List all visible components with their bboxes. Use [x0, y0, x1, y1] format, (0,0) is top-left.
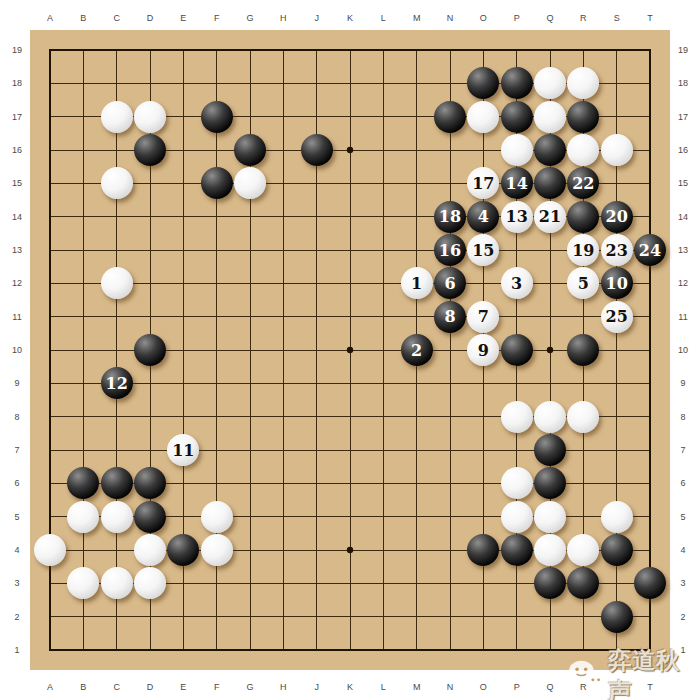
column-label-bottom-P: P — [514, 683, 520, 692]
stone-black-D16 — [134, 134, 166, 166]
column-label-bottom-K: K — [347, 683, 353, 692]
stone-white-P16 — [501, 134, 533, 166]
row-label-right-16: 16 — [678, 146, 688, 155]
stone-black-N13-move-16: 16 — [434, 234, 466, 266]
stone-white-F5 — [201, 501, 233, 533]
row-label-right-4: 4 — [680, 546, 685, 555]
column-label-top-Q: Q — [546, 14, 553, 23]
column-label-top-M: M — [413, 14, 421, 23]
row-label-right-11: 11 — [678, 312, 687, 321]
stone-white-C12 — [101, 267, 133, 299]
column-label-bottom-A: A — [47, 683, 53, 692]
stone-white-R8 — [567, 401, 599, 433]
row-label-right-18: 18 — [678, 79, 688, 88]
stone-white-M12-move-1: 1 — [401, 267, 433, 299]
stone-white-P5 — [501, 501, 533, 533]
column-label-bottom-F: F — [214, 683, 220, 692]
stone-black-S4 — [601, 534, 633, 566]
column-label-top-L: L — [381, 14, 386, 23]
column-label-top-F: F — [214, 14, 220, 23]
column-label-bottom-H: H — [280, 683, 287, 692]
column-label-top-E: E — [180, 14, 186, 23]
row-label-left-16: 16 — [12, 146, 22, 155]
stone-white-B5 — [67, 501, 99, 533]
row-label-left-11: 11 — [12, 312, 21, 321]
stone-white-Q14-move-21: 21 — [534, 201, 566, 233]
stone-black-C9-move-12: 12 — [101, 367, 133, 399]
row-label-right-7: 7 — [680, 446, 685, 455]
row-label-right-12: 12 — [678, 279, 688, 288]
row-label-left-13: 13 — [12, 246, 22, 255]
column-label-top-J: J — [314, 14, 319, 23]
stone-black-D10 — [134, 334, 166, 366]
wechat-icon — [568, 658, 606, 694]
column-label-top-T: T — [647, 14, 653, 23]
stone-white-P8 — [501, 401, 533, 433]
stone-black-P4 — [501, 534, 533, 566]
stone-black-F15 — [201, 167, 233, 199]
column-label-top-K: K — [347, 14, 353, 23]
stone-black-N11-move-8: 8 — [434, 301, 466, 333]
row-label-left-5: 5 — [14, 512, 19, 521]
stone-white-O17 — [467, 101, 499, 133]
stone-white-S13-move-23: 23 — [601, 234, 633, 266]
row-label-right-14: 14 — [678, 212, 688, 221]
stone-black-O14-move-4: 4 — [467, 201, 499, 233]
stone-white-S16 — [601, 134, 633, 166]
stone-white-P12-move-3: 3 — [501, 267, 533, 299]
watermark-text: 弈道秋声 — [608, 645, 700, 700]
stone-black-D5 — [134, 501, 166, 533]
column-label-bottom-E: E — [180, 683, 186, 692]
row-label-left-1: 1 — [14, 646, 19, 655]
stone-black-G16 — [234, 134, 266, 166]
row-label-left-15: 15 — [12, 179, 22, 188]
row-label-left-19: 19 — [12, 46, 22, 55]
column-label-bottom-D: D — [147, 683, 154, 692]
stone-black-T13-move-24: 24 — [634, 234, 666, 266]
column-label-bottom-N: N — [447, 683, 454, 692]
row-label-right-2: 2 — [680, 612, 685, 621]
stone-black-S12-move-10: 10 — [601, 267, 633, 299]
stone-black-F17 — [201, 101, 233, 133]
column-label-top-H: H — [280, 14, 287, 23]
stone-white-D4 — [134, 534, 166, 566]
stone-white-Q4 — [534, 534, 566, 566]
stone-white-O11-move-7: 7 — [467, 301, 499, 333]
watermark: 弈道秋声 — [568, 645, 700, 700]
column-label-top-G: G — [246, 14, 253, 23]
stone-white-S5 — [601, 501, 633, 533]
stone-white-P6 — [501, 467, 533, 499]
row-label-right-15: 15 — [678, 179, 688, 188]
stone-black-P17 — [501, 101, 533, 133]
column-label-bottom-Q: Q — [546, 683, 553, 692]
row-label-right-5: 5 — [680, 512, 685, 521]
stone-black-Q16 — [534, 134, 566, 166]
stone-black-R14 — [567, 201, 599, 233]
row-label-left-7: 7 — [14, 446, 19, 455]
stone-black-P15-move-14: 14 — [501, 167, 533, 199]
stone-white-P14-move-13: 13 — [501, 201, 533, 233]
stone-white-Q8 — [534, 401, 566, 433]
stone-white-D17 — [134, 101, 166, 133]
row-label-left-3: 3 — [14, 579, 19, 588]
row-label-right-19: 19 — [678, 46, 688, 55]
row-label-right-3: 3 — [680, 579, 685, 588]
stone-black-N14-move-18: 18 — [434, 201, 466, 233]
row-label-left-10: 10 — [12, 346, 22, 355]
column-label-top-B: B — [80, 14, 86, 23]
column-label-top-R: R — [580, 14, 587, 23]
row-label-right-13: 13 — [678, 246, 688, 255]
column-label-bottom-L: L — [381, 683, 386, 692]
row-label-left-4: 4 — [14, 546, 19, 555]
row-label-right-10: 10 — [678, 346, 688, 355]
column-label-top-S: S — [614, 14, 620, 23]
column-label-top-O: O — [480, 14, 487, 23]
stone-white-Q17 — [534, 101, 566, 133]
stone-white-A4 — [34, 534, 66, 566]
row-label-right-6: 6 — [680, 479, 685, 488]
stone-black-S14-move-20: 20 — [601, 201, 633, 233]
stone-black-N17 — [434, 101, 466, 133]
stone-white-C17 — [101, 101, 133, 133]
row-label-right-17: 17 — [678, 112, 688, 121]
row-label-left-2: 2 — [14, 612, 19, 621]
column-label-top-A: A — [47, 14, 53, 23]
stone-black-P18 — [501, 67, 533, 99]
column-label-bottom-C: C — [113, 683, 120, 692]
stone-black-J16 — [301, 134, 333, 166]
stone-black-S2 — [601, 601, 633, 633]
row-label-left-14: 14 — [12, 212, 22, 221]
stone-black-P10 — [501, 334, 533, 366]
stone-black-Q7 — [534, 434, 566, 466]
stone-white-C3 — [101, 567, 133, 599]
stone-white-S11-move-25: 25 — [601, 301, 633, 333]
row-label-left-12: 12 — [12, 279, 22, 288]
row-label-right-8: 8 — [680, 412, 685, 421]
column-label-bottom-O: O — [480, 683, 487, 692]
stone-white-F4 — [201, 534, 233, 566]
go-diagram-page: 弈道秋声 AABBCCDDEEFFGGHHJJKKLLMMNNOOPPQQRRS… — [0, 0, 700, 700]
column-label-top-D: D — [147, 14, 154, 23]
row-label-left-8: 8 — [14, 412, 19, 421]
stone-black-M10-move-2: 2 — [401, 334, 433, 366]
row-label-left-18: 18 — [12, 79, 22, 88]
stone-black-C6 — [101, 467, 133, 499]
stone-white-C15 — [101, 167, 133, 199]
row-label-left-17: 17 — [12, 112, 22, 121]
column-label-bottom-G: G — [246, 683, 253, 692]
column-label-bottom-M: M — [413, 683, 421, 692]
stone-black-R17 — [567, 101, 599, 133]
column-label-top-P: P — [514, 14, 520, 23]
row-label-right-9: 9 — [680, 379, 685, 388]
column-label-top-N: N — [447, 14, 454, 23]
row-label-left-9: 9 — [14, 379, 19, 388]
column-label-top-C: C — [113, 14, 120, 23]
column-label-bottom-J: J — [314, 683, 319, 692]
row-label-left-6: 6 — [14, 479, 19, 488]
column-label-bottom-B: B — [80, 683, 86, 692]
stone-white-C5 — [101, 501, 133, 533]
stone-white-Q5 — [534, 501, 566, 533]
